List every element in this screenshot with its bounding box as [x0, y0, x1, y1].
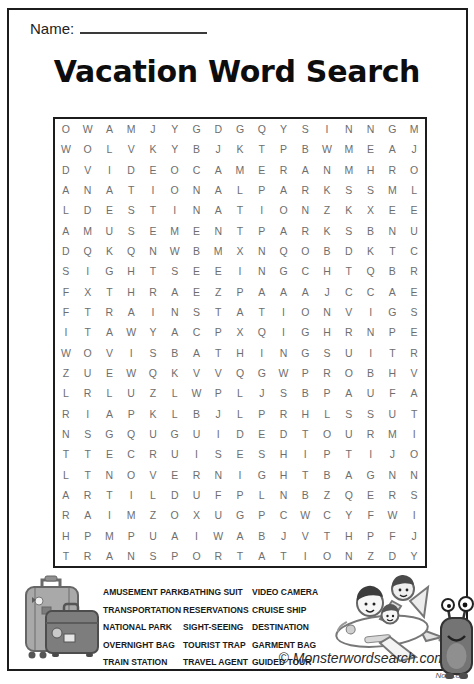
grid-cell[interactable]: F	[381, 525, 403, 545]
grid-cell[interactable]: A	[381, 282, 403, 302]
grid-cell[interactable]: T	[229, 221, 251, 241]
grid-cell[interactable]: U	[207, 505, 229, 525]
grid-cell[interactable]: J	[251, 383, 273, 403]
grid-cell[interactable]: A	[77, 505, 99, 525]
grid-cell[interactable]: G	[186, 119, 208, 139]
grid-cell[interactable]: U	[338, 424, 360, 444]
grid-cell[interactable]: U	[360, 383, 382, 403]
grid-cell[interactable]: T	[294, 424, 316, 444]
grid-cell[interactable]: L	[229, 403, 251, 423]
grid-cell[interactable]: I	[294, 546, 316, 566]
grid-cell[interactable]: R	[403, 343, 425, 363]
grid-cell[interactable]: S	[207, 444, 229, 464]
grid-cell[interactable]: R	[77, 546, 99, 566]
grid-cell[interactable]: I	[360, 343, 382, 363]
grid-cell[interactable]: S	[142, 343, 164, 363]
grid-cell[interactable]: P	[360, 525, 382, 545]
grid-cell[interactable]: V	[99, 343, 121, 363]
grid-cell[interactable]: S	[77, 424, 99, 444]
grid-cell[interactable]: Q	[77, 241, 99, 261]
grid-cell[interactable]: T	[338, 261, 360, 281]
grid-cell[interactable]: N	[273, 485, 295, 505]
grid-cell[interactable]: I	[99, 505, 121, 525]
grid-cell[interactable]: O	[164, 505, 186, 525]
grid-cell[interactable]: T	[316, 525, 338, 545]
grid-cell[interactable]: J	[142, 119, 164, 139]
grid-cell[interactable]: G	[381, 302, 403, 322]
grid-cell[interactable]: H	[120, 261, 142, 281]
grid-cell[interactable]: I	[77, 403, 99, 423]
grid-cell[interactable]: E	[251, 160, 273, 180]
grid-cell[interactable]: G	[360, 464, 382, 484]
name-blank-field[interactable]	[80, 18, 207, 34]
grid-cell[interactable]: I	[273, 322, 295, 342]
grid-cell[interactable]: R	[294, 180, 316, 200]
grid-cell[interactable]: X	[186, 505, 208, 525]
grid-cell[interactable]: L	[316, 403, 338, 423]
grid-cell[interactable]: Q	[229, 363, 251, 383]
grid-cell[interactable]: A	[164, 282, 186, 302]
grid-cell[interactable]: B	[186, 403, 208, 423]
grid-cell[interactable]: A	[99, 119, 121, 139]
grid-cell[interactable]: Z	[142, 383, 164, 403]
grid-cell[interactable]: B	[164, 343, 186, 363]
grid-cell[interactable]: M	[99, 525, 121, 545]
grid-cell[interactable]: P	[251, 180, 273, 200]
grid-cell[interactable]: A	[55, 485, 77, 505]
grid-cell[interactable]: B	[381, 261, 403, 281]
grid-cell[interactable]: T	[77, 322, 99, 342]
grid-cell[interactable]: S	[403, 485, 425, 505]
grid-cell[interactable]: Y	[338, 505, 360, 525]
grid-cell[interactable]: K	[99, 241, 121, 261]
grid-cell[interactable]: X	[77, 282, 99, 302]
grid-cell[interactable]: U	[338, 343, 360, 363]
grid-cell[interactable]: K	[360, 241, 382, 261]
grid-cell[interactable]: J	[381, 444, 403, 464]
grid-cell[interactable]: M	[381, 424, 403, 444]
grid-cell[interactable]: O	[120, 464, 142, 484]
grid-cell[interactable]: M	[77, 221, 99, 241]
grid-cell[interactable]: E	[142, 221, 164, 241]
grid-cell[interactable]: S	[360, 180, 382, 200]
grid-cell[interactable]: C	[186, 322, 208, 342]
grid-cell[interactable]: N	[207, 464, 229, 484]
grid-cell[interactable]: W	[186, 383, 208, 403]
grid-cell[interactable]: D	[229, 424, 251, 444]
grid-cell[interactable]: T	[381, 241, 403, 261]
grid-cell[interactable]: A	[120, 302, 142, 322]
grid-cell[interactable]: Z	[316, 485, 338, 505]
grid-cell[interactable]: W	[294, 505, 316, 525]
grid-cell[interactable]: P	[316, 444, 338, 464]
grid-cell[interactable]: H	[273, 444, 295, 464]
grid-cell[interactable]: I	[403, 424, 425, 444]
grid-cell[interactable]: I	[164, 200, 186, 220]
grid-cell[interactable]: E	[186, 221, 208, 241]
grid-cell[interactable]: J	[316, 282, 338, 302]
grid-cell[interactable]: E	[251, 424, 273, 444]
grid-cell[interactable]: N	[273, 343, 295, 363]
grid-cell[interactable]: W	[316, 139, 338, 159]
grid-cell[interactable]: S	[186, 302, 208, 322]
grid-cell[interactable]: P	[229, 485, 251, 505]
grid-cell[interactable]: T	[77, 444, 99, 464]
grid-cell[interactable]: R	[142, 444, 164, 464]
grid-cell[interactable]: Q	[338, 485, 360, 505]
grid-cell[interactable]: I	[120, 485, 142, 505]
grid-cell[interactable]: B	[186, 241, 208, 261]
grid-cell[interactable]: P	[120, 525, 142, 545]
grid-cell[interactable]: I	[142, 302, 164, 322]
grid-cell[interactable]: T	[77, 302, 99, 322]
grid-cell[interactable]: B	[360, 363, 382, 383]
grid-cell[interactable]: B	[316, 464, 338, 484]
grid-cell[interactable]: L	[99, 383, 121, 403]
grid-cell[interactable]: C	[186, 160, 208, 180]
grid-cell[interactable]: E	[403, 200, 425, 220]
grid-cell[interactable]: G	[229, 505, 251, 525]
grid-cell[interactable]: R	[55, 505, 77, 525]
grid-cell[interactable]: N	[381, 221, 403, 241]
grid-cell[interactable]: G	[99, 424, 121, 444]
grid-cell[interactable]: A	[207, 160, 229, 180]
grid-cell[interactable]: A	[99, 322, 121, 342]
grid-cell[interactable]: A	[229, 302, 251, 322]
grid-cell[interactable]: A	[273, 221, 295, 241]
grid-cell[interactable]: H	[316, 261, 338, 281]
grid-cell[interactable]: N	[381, 464, 403, 484]
grid-cell[interactable]: D	[273, 424, 295, 444]
grid-cell[interactable]: H	[381, 363, 403, 383]
grid-cell[interactable]: Z	[360, 546, 382, 566]
grid-cell[interactable]: T	[338, 444, 360, 464]
grid-cell[interactable]: N	[338, 119, 360, 139]
grid-cell[interactable]: P	[164, 546, 186, 566]
grid-cell[interactable]: U	[142, 424, 164, 444]
grid-cell[interactable]: X	[360, 200, 382, 220]
grid-cell[interactable]: O	[164, 160, 186, 180]
grid-cell[interactable]: A	[164, 525, 186, 545]
grid-cell[interactable]: S	[120, 200, 142, 220]
grid-cell[interactable]: C	[294, 261, 316, 281]
grid-cell[interactable]: T	[207, 302, 229, 322]
grid-cell[interactable]: P	[381, 322, 403, 342]
grid-cell[interactable]: R	[142, 282, 164, 302]
grid-cell[interactable]: P	[207, 383, 229, 403]
grid-cell[interactable]: W	[120, 363, 142, 383]
grid-cell[interactable]: E	[99, 444, 121, 464]
grid-cell[interactable]: N	[316, 160, 338, 180]
grid-cell[interactable]: Y	[142, 322, 164, 342]
grid-cell[interactable]: Y	[403, 546, 425, 566]
grid-cell[interactable]: K	[142, 139, 164, 159]
grid-cell[interactable]: E	[381, 200, 403, 220]
grid-cell[interactable]: A	[55, 221, 77, 241]
grid-cell[interactable]: Q	[251, 322, 273, 342]
grid-cell[interactable]: H	[360, 160, 382, 180]
grid-cell[interactable]: P	[251, 505, 273, 525]
grid-cell[interactable]: I	[360, 444, 382, 464]
grid-cell[interactable]: V	[142, 464, 164, 484]
grid-cell[interactable]: U	[186, 424, 208, 444]
grid-cell[interactable]: G	[229, 119, 251, 139]
grid-cell[interactable]: T	[251, 302, 273, 322]
grid-cell[interactable]: R	[294, 221, 316, 241]
grid-cell[interactable]: F	[381, 383, 403, 403]
grid-cell[interactable]: R	[55, 403, 77, 423]
grid-cell[interactable]: S	[338, 221, 360, 241]
grid-cell[interactable]: W	[77, 119, 99, 139]
grid-cell[interactable]: C	[338, 282, 360, 302]
grid-cell[interactable]: D	[77, 200, 99, 220]
grid-cell[interactable]: E	[186, 261, 208, 281]
grid-cell[interactable]: R	[207, 546, 229, 566]
grid-cell[interactable]: T	[77, 464, 99, 484]
grid-cell[interactable]: W	[207, 525, 229, 545]
grid-cell[interactable]: E	[99, 200, 121, 220]
grid-cell[interactable]: K	[316, 221, 338, 241]
grid-cell[interactable]: V	[120, 139, 142, 159]
grid-cell[interactable]: R	[338, 322, 360, 342]
grid-cell[interactable]: A	[164, 322, 186, 342]
grid-cell[interactable]: O	[316, 424, 338, 444]
grid-cell[interactable]: Y	[164, 139, 186, 159]
grid-cell[interactable]: I	[120, 343, 142, 363]
grid-cell[interactable]: P	[316, 383, 338, 403]
grid-cell[interactable]: I	[207, 424, 229, 444]
grid-cell[interactable]: A	[251, 282, 273, 302]
grid-cell[interactable]: A	[381, 139, 403, 159]
grid-cell[interactable]: N	[251, 261, 273, 281]
grid-cell[interactable]: N	[99, 464, 121, 484]
grid-cell[interactable]: T	[142, 261, 164, 281]
grid-cell[interactable]: N	[120, 546, 142, 566]
grid-cell[interactable]: L	[164, 383, 186, 403]
grid-cell[interactable]: U	[403, 221, 425, 241]
grid-cell[interactable]: L	[251, 485, 273, 505]
grid-cell[interactable]: L	[55, 200, 77, 220]
grid-cell[interactable]: Y	[273, 119, 295, 139]
grid-cell[interactable]: V	[338, 302, 360, 322]
grid-cell[interactable]: N	[186, 200, 208, 220]
grid-cell[interactable]: U	[77, 363, 99, 383]
grid-cell[interactable]: O	[186, 546, 208, 566]
grid-cell[interactable]: L	[229, 383, 251, 403]
grid-cell[interactable]: T	[99, 485, 121, 505]
grid-cell[interactable]: S	[360, 403, 382, 423]
grid-cell[interactable]: O	[77, 343, 99, 363]
grid-cell[interactable]: T	[55, 444, 77, 464]
grid-cell[interactable]: B	[316, 241, 338, 261]
grid-cell[interactable]: D	[338, 241, 360, 261]
grid-cell[interactable]: K	[142, 403, 164, 423]
grid-cell[interactable]: A	[403, 383, 425, 403]
grid-cell[interactable]: L	[55, 383, 77, 403]
grid-cell[interactable]: C	[316, 505, 338, 525]
grid-cell[interactable]: I	[294, 444, 316, 464]
grid-cell[interactable]: L	[99, 139, 121, 159]
grid-cell[interactable]: O	[403, 444, 425, 464]
grid-cell[interactable]: C	[273, 505, 295, 525]
grid-cell[interactable]: H	[229, 343, 251, 363]
grid-cell[interactable]: G	[294, 322, 316, 342]
grid-cell[interactable]: A	[99, 180, 121, 200]
grid-cell[interactable]: A	[294, 160, 316, 180]
grid-cell[interactable]: Q	[142, 363, 164, 383]
grid-cell[interactable]: O	[77, 139, 99, 159]
grid-cell[interactable]: B	[186, 139, 208, 159]
grid-cell[interactable]: O	[338, 363, 360, 383]
grid-cell[interactable]: W	[120, 322, 142, 342]
grid-cell[interactable]: T	[120, 180, 142, 200]
grid-cell[interactable]: L	[403, 180, 425, 200]
grid-cell[interactable]: M	[338, 160, 360, 180]
grid-cell[interactable]: A	[186, 343, 208, 363]
grid-cell[interactable]: E	[207, 261, 229, 281]
grid-cell[interactable]: Q	[120, 424, 142, 444]
grid-cell[interactable]: B	[294, 139, 316, 159]
grid-cell[interactable]: B	[294, 383, 316, 403]
grid-cell[interactable]: A	[251, 546, 273, 566]
grid-cell[interactable]: I	[142, 180, 164, 200]
grid-cell[interactable]: T	[403, 403, 425, 423]
grid-cell[interactable]: U	[120, 383, 142, 403]
grid-cell[interactable]: K	[229, 139, 251, 159]
grid-cell[interactable]: P	[207, 322, 229, 342]
grid-cell[interactable]: S	[273, 383, 295, 403]
grid-cell[interactable]: O	[316, 546, 338, 566]
grid-cell[interactable]: G	[99, 261, 121, 281]
grid-cell[interactable]: Q	[120, 241, 142, 261]
grid-cell[interactable]: T	[99, 282, 121, 302]
grid-cell[interactable]: U	[164, 444, 186, 464]
grid-cell[interactable]: O	[294, 241, 316, 261]
grid-cell[interactable]: V	[294, 525, 316, 545]
grid-cell[interactable]: N	[55, 424, 77, 444]
grid-cell[interactable]: N	[316, 302, 338, 322]
grid-cell[interactable]: U	[99, 221, 121, 241]
grid-cell[interactable]: O	[294, 302, 316, 322]
grid-cell[interactable]: F	[360, 505, 382, 525]
grid-cell[interactable]: H	[294, 403, 316, 423]
grid-cell[interactable]: A	[294, 282, 316, 302]
grid-cell[interactable]: P	[251, 221, 273, 241]
grid-cell[interactable]: Z	[207, 282, 229, 302]
grid-cell[interactable]: C	[360, 282, 382, 302]
grid-cell[interactable]: V	[403, 363, 425, 383]
grid-cell[interactable]: J	[403, 525, 425, 545]
grid-cell[interactable]: D	[55, 160, 77, 180]
grid-cell[interactable]: S	[142, 546, 164, 566]
grid-cell[interactable]: Q	[273, 241, 295, 261]
grid-cell[interactable]: I	[186, 525, 208, 545]
grid-cell[interactable]: P	[229, 282, 251, 302]
grid-cell[interactable]: B	[294, 485, 316, 505]
grid-cell[interactable]: E	[229, 444, 251, 464]
grid-cell[interactable]: U	[381, 403, 403, 423]
grid-cell[interactable]: D	[164, 485, 186, 505]
grid-cell[interactable]: L	[142, 485, 164, 505]
grid-cell[interactable]: A	[338, 464, 360, 484]
grid-cell[interactable]: R	[316, 363, 338, 383]
grid-cell[interactable]: I	[77, 261, 99, 281]
grid-cell[interactable]: R	[273, 403, 295, 423]
grid-cell[interactable]: J	[403, 139, 425, 159]
grid-cell[interactable]: G	[381, 119, 403, 139]
grid-cell[interactable]: M	[164, 221, 186, 241]
grid-cell[interactable]: N	[294, 200, 316, 220]
grid-cell[interactable]: V	[207, 363, 229, 383]
grid-cell[interactable]: M	[381, 180, 403, 200]
grid-cell[interactable]: J	[207, 139, 229, 159]
grid-cell[interactable]: C	[120, 444, 142, 464]
grid-cell[interactable]: T	[381, 343, 403, 363]
grid-cell[interactable]: H	[120, 282, 142, 302]
grid-cell[interactable]: I	[55, 322, 77, 342]
grid-cell[interactable]: I	[251, 200, 273, 220]
grid-cell[interactable]: I	[360, 302, 382, 322]
grid-cell[interactable]: N	[164, 302, 186, 322]
grid-cell[interactable]: I	[273, 302, 295, 322]
grid-cell[interactable]: T	[229, 200, 251, 220]
grid-cell[interactable]: T	[207, 343, 229, 363]
grid-cell[interactable]: E	[142, 160, 164, 180]
grid-cell[interactable]: A	[99, 546, 121, 566]
grid-cell[interactable]: W	[164, 241, 186, 261]
grid-cell[interactable]: N	[338, 546, 360, 566]
grid-cell[interactable]: S	[338, 403, 360, 423]
grid-cell[interactable]: I	[316, 119, 338, 139]
grid-cell[interactable]: R	[77, 485, 99, 505]
grid-cell[interactable]: R	[381, 160, 403, 180]
grid-cell[interactable]: T	[229, 546, 251, 566]
grid-cell[interactable]: S	[55, 261, 77, 281]
grid-cell[interactable]: P	[120, 403, 142, 423]
grid-cell[interactable]: W	[273, 363, 295, 383]
grid-cell[interactable]: B	[251, 525, 273, 545]
grid-cell[interactable]: N	[403, 464, 425, 484]
grid-cell[interactable]: M	[207, 241, 229, 261]
grid-cell[interactable]: X	[229, 241, 251, 261]
grid-cell[interactable]: R	[403, 261, 425, 281]
grid-cell[interactable]: J	[207, 403, 229, 423]
grid-cell[interactable]: P	[77, 525, 99, 545]
grid-cell[interactable]: K	[164, 363, 186, 383]
grid-cell[interactable]: O	[403, 160, 425, 180]
grid-cell[interactable]: W	[55, 139, 77, 159]
grid-cell[interactable]: I	[229, 261, 251, 281]
grid-cell[interactable]: K	[316, 180, 338, 200]
grid-cell[interactable]: G	[251, 464, 273, 484]
grid-cell[interactable]: A	[273, 282, 295, 302]
grid-cell[interactable]: E	[403, 282, 425, 302]
grid-cell[interactable]: V	[186, 363, 208, 383]
grid-cell[interactable]: O	[164, 180, 186, 200]
grid-cell[interactable]: S	[164, 261, 186, 281]
grid-cell[interactable]: P	[273, 139, 295, 159]
grid-cell[interactable]: E	[360, 485, 382, 505]
grid-cell[interactable]: L	[164, 403, 186, 423]
grid-cell[interactable]: U	[186, 485, 208, 505]
grid-cell[interactable]: M	[338, 139, 360, 159]
grid-cell[interactable]: A	[338, 383, 360, 403]
grid-cell[interactable]: P	[251, 403, 273, 423]
grid-cell[interactable]: T	[142, 200, 164, 220]
grid-cell[interactable]: E	[186, 282, 208, 302]
grid-cell[interactable]: S	[316, 343, 338, 363]
grid-cell[interactable]: I	[99, 160, 121, 180]
